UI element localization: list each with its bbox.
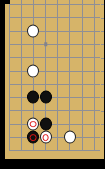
intersection[interactable] [39,64,51,77]
intersection[interactable] [27,117,39,130]
goban-grid [5,0,101,157]
intersection[interactable] [64,51,76,64]
black-stone [40,91,52,104]
intersection[interactable] [52,0,64,11]
intersection[interactable] [64,104,76,117]
intersection[interactable] [5,51,16,64]
intersection[interactable] [15,117,27,130]
white-stone [64,131,76,144]
intersection[interactable] [52,117,64,130]
intersection[interactable] [52,77,64,90]
intersection[interactable] [76,11,88,24]
intersection[interactable] [88,77,100,90]
intersection[interactable] [5,11,16,24]
intersection[interactable] [39,11,51,24]
intersection[interactable] [15,77,27,90]
intersection[interactable] [39,91,51,104]
intersection[interactable] [39,38,51,51]
intersection[interactable] [15,38,27,51]
intersection[interactable] [88,24,100,37]
go-board [5,0,105,159]
intersection[interactable] [52,104,64,117]
black-stone [27,91,39,104]
intersection[interactable] [27,144,39,157]
intersection[interactable] [52,11,64,24]
white-stone [40,131,52,144]
intersection[interactable] [39,77,51,90]
intersection[interactable] [64,64,76,77]
red-circle-marker [30,134,37,141]
intersection[interactable] [88,131,100,144]
intersection[interactable] [88,104,100,117]
intersection[interactable] [76,51,88,64]
white-stone [27,24,39,37]
intersection[interactable] [88,38,100,51]
intersection[interactable] [39,51,51,64]
star-point [44,42,48,46]
intersection[interactable] [76,91,88,104]
intersection[interactable] [88,117,100,130]
intersection[interactable] [88,91,100,104]
red-circle-marker [30,121,37,128]
intersection[interactable] [15,24,27,37]
intersection[interactable] [15,104,27,117]
intersection[interactable] [76,104,88,117]
intersection[interactable] [15,51,27,64]
intersection[interactable] [52,131,64,144]
intersection[interactable] [5,117,16,130]
grid-margin-lines [101,0,104,151]
intersection[interactable] [27,0,39,11]
intersection[interactable] [64,144,76,157]
intersection[interactable] [15,144,27,157]
black-stone [40,118,52,131]
intersection[interactable] [5,91,16,104]
intersection[interactable] [64,117,76,130]
intersection[interactable] [76,38,88,51]
intersection[interactable] [52,51,64,64]
intersection[interactable] [76,24,88,37]
screenshot-root [0,0,104,169]
intersection[interactable] [88,64,100,77]
intersection[interactable] [52,24,64,37]
intersection[interactable] [52,64,64,77]
intersection[interactable] [39,0,51,11]
intersection[interactable] [88,51,100,64]
intersection[interactable] [76,0,88,11]
intersection[interactable] [52,38,64,51]
intersection[interactable] [52,91,64,104]
intersection[interactable] [5,38,16,51]
intersection[interactable] [27,91,39,104]
intersection[interactable] [64,24,76,37]
intersection[interactable] [39,117,51,130]
intersection[interactable] [15,64,27,77]
intersection[interactable] [64,11,76,24]
intersection[interactable] [64,131,76,144]
intersection[interactable] [64,38,76,51]
intersection[interactable] [39,104,51,117]
intersection[interactable] [27,38,39,51]
intersection[interactable] [15,0,27,11]
white-stone [27,118,39,131]
intersection[interactable] [5,131,16,144]
intersection[interactable] [27,11,39,24]
white-stone [27,64,39,77]
intersection[interactable] [76,77,88,90]
top-left-frame [0,0,10,4]
intersection[interactable] [15,91,27,104]
intersection[interactable] [76,64,88,77]
intersection[interactable] [64,91,76,104]
intersection[interactable] [39,24,51,37]
intersection[interactable] [39,144,51,157]
intersection[interactable] [88,144,100,157]
intersection[interactable] [15,11,27,24]
intersection[interactable] [15,131,27,144]
red-circle-marker [42,134,49,141]
intersection[interactable] [5,104,16,117]
black-stone [27,131,39,144]
intersection[interactable] [64,0,76,11]
intersection[interactable] [88,0,100,11]
intersection[interactable] [5,24,16,37]
intersection[interactable] [76,117,88,130]
intersection[interactable] [27,77,39,90]
intersection[interactable] [52,144,64,157]
intersection[interactable] [76,144,88,157]
intersection[interactable] [27,24,39,37]
intersection[interactable] [5,64,16,77]
intersection[interactable] [76,131,88,144]
intersection[interactable] [64,77,76,90]
intersection[interactable] [39,131,51,144]
intersection[interactable] [5,77,16,90]
intersection[interactable] [27,104,39,117]
intersection[interactable] [88,11,100,24]
intersection[interactable] [27,64,39,77]
intersection[interactable] [5,144,16,157]
intersection[interactable] [27,51,39,64]
intersection[interactable] [27,131,39,144]
